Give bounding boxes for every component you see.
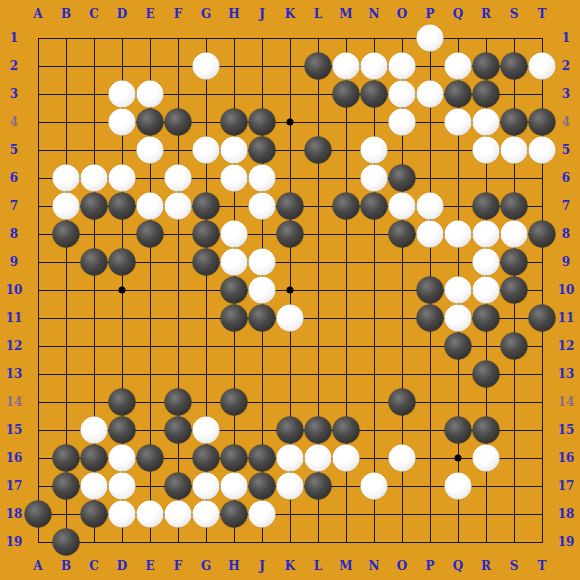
intersection-T8[interactable] bbox=[528, 220, 556, 248]
intersection-L5[interactable] bbox=[304, 136, 332, 164]
intersection-K19[interactable] bbox=[276, 528, 304, 556]
intersection-M16[interactable] bbox=[332, 444, 360, 472]
intersection-K14[interactable] bbox=[276, 388, 304, 416]
intersection-P5[interactable] bbox=[416, 136, 444, 164]
intersection-K6[interactable] bbox=[276, 164, 304, 192]
intersection-S12[interactable] bbox=[500, 332, 528, 360]
intersection-H11[interactable] bbox=[220, 304, 248, 332]
intersection-B14[interactable] bbox=[52, 388, 80, 416]
intersection-B4[interactable] bbox=[52, 108, 80, 136]
intersection-D14[interactable] bbox=[108, 388, 136, 416]
intersection-O2[interactable] bbox=[388, 52, 416, 80]
intersection-S18[interactable] bbox=[500, 500, 528, 528]
intersection-R4[interactable] bbox=[472, 108, 500, 136]
intersection-K5[interactable] bbox=[276, 136, 304, 164]
intersection-N15[interactable] bbox=[360, 416, 388, 444]
intersection-C15[interactable] bbox=[80, 416, 108, 444]
intersection-G2[interactable] bbox=[192, 52, 220, 80]
intersection-N16[interactable] bbox=[360, 444, 388, 472]
intersection-Q6[interactable] bbox=[444, 164, 472, 192]
intersection-D1[interactable] bbox=[108, 24, 136, 52]
intersection-H9[interactable] bbox=[220, 248, 248, 276]
intersection-A5[interactable] bbox=[24, 136, 52, 164]
intersection-L7[interactable] bbox=[304, 192, 332, 220]
intersection-O16[interactable] bbox=[388, 444, 416, 472]
intersection-H12[interactable] bbox=[220, 332, 248, 360]
intersection-J13[interactable] bbox=[248, 360, 276, 388]
intersection-Q1[interactable] bbox=[444, 24, 472, 52]
intersection-R13[interactable] bbox=[472, 360, 500, 388]
intersection-N14[interactable] bbox=[360, 388, 388, 416]
intersection-H6[interactable] bbox=[220, 164, 248, 192]
intersection-K9[interactable] bbox=[276, 248, 304, 276]
intersection-N7[interactable] bbox=[360, 192, 388, 220]
intersection-E17[interactable] bbox=[136, 472, 164, 500]
intersection-M15[interactable] bbox=[332, 416, 360, 444]
intersection-L17[interactable] bbox=[304, 472, 332, 500]
intersection-M18[interactable] bbox=[332, 500, 360, 528]
intersection-P13[interactable] bbox=[416, 360, 444, 388]
intersection-N13[interactable] bbox=[360, 360, 388, 388]
intersection-E18[interactable] bbox=[136, 500, 164, 528]
intersection-Q3[interactable] bbox=[444, 80, 472, 108]
intersection-O1[interactable] bbox=[388, 24, 416, 52]
intersection-A1[interactable] bbox=[24, 24, 52, 52]
intersection-G19[interactable] bbox=[192, 528, 220, 556]
intersection-T12[interactable] bbox=[528, 332, 556, 360]
intersection-E11[interactable] bbox=[136, 304, 164, 332]
intersection-O10[interactable] bbox=[388, 276, 416, 304]
intersection-E12[interactable] bbox=[136, 332, 164, 360]
intersection-E19[interactable] bbox=[136, 528, 164, 556]
intersection-A3[interactable] bbox=[24, 80, 52, 108]
intersection-G5[interactable] bbox=[192, 136, 220, 164]
intersection-A19[interactable] bbox=[24, 528, 52, 556]
intersection-T2[interactable] bbox=[528, 52, 556, 80]
intersection-M3[interactable] bbox=[332, 80, 360, 108]
intersection-T5[interactable] bbox=[528, 136, 556, 164]
intersection-G9[interactable] bbox=[192, 248, 220, 276]
intersection-B3[interactable] bbox=[52, 80, 80, 108]
intersection-C17[interactable] bbox=[80, 472, 108, 500]
intersection-H19[interactable] bbox=[220, 528, 248, 556]
intersection-O4[interactable] bbox=[388, 108, 416, 136]
intersection-L18[interactable] bbox=[304, 500, 332, 528]
intersection-Q2[interactable] bbox=[444, 52, 472, 80]
intersection-F13[interactable] bbox=[164, 360, 192, 388]
intersection-E6[interactable] bbox=[136, 164, 164, 192]
intersection-M13[interactable] bbox=[332, 360, 360, 388]
intersection-J18[interactable] bbox=[248, 500, 276, 528]
intersection-R17[interactable] bbox=[472, 472, 500, 500]
intersection-P1[interactable] bbox=[416, 24, 444, 52]
intersection-E14[interactable] bbox=[136, 388, 164, 416]
intersection-E10[interactable] bbox=[136, 276, 164, 304]
intersection-T10[interactable] bbox=[528, 276, 556, 304]
intersection-K13[interactable] bbox=[276, 360, 304, 388]
intersection-R8[interactable] bbox=[472, 220, 500, 248]
intersection-Q11[interactable] bbox=[444, 304, 472, 332]
intersection-B15[interactable] bbox=[52, 416, 80, 444]
intersection-L6[interactable] bbox=[304, 164, 332, 192]
intersection-T13[interactable] bbox=[528, 360, 556, 388]
intersection-L12[interactable] bbox=[304, 332, 332, 360]
intersection-T4[interactable] bbox=[528, 108, 556, 136]
intersection-G15[interactable] bbox=[192, 416, 220, 444]
intersection-B18[interactable] bbox=[52, 500, 80, 528]
intersection-N10[interactable] bbox=[360, 276, 388, 304]
intersection-J1[interactable] bbox=[248, 24, 276, 52]
intersection-D16[interactable] bbox=[108, 444, 136, 472]
intersection-N11[interactable] bbox=[360, 304, 388, 332]
intersection-L8[interactable] bbox=[304, 220, 332, 248]
intersection-A16[interactable] bbox=[24, 444, 52, 472]
intersection-C3[interactable] bbox=[80, 80, 108, 108]
intersection-S6[interactable] bbox=[500, 164, 528, 192]
intersection-N2[interactable] bbox=[360, 52, 388, 80]
intersection-L10[interactable] bbox=[304, 276, 332, 304]
intersection-R12[interactable] bbox=[472, 332, 500, 360]
intersection-G8[interactable] bbox=[192, 220, 220, 248]
intersection-D13[interactable] bbox=[108, 360, 136, 388]
intersection-K7[interactable] bbox=[276, 192, 304, 220]
intersection-G12[interactable] bbox=[192, 332, 220, 360]
intersection-L1[interactable] bbox=[304, 24, 332, 52]
intersection-H16[interactable] bbox=[220, 444, 248, 472]
intersection-S9[interactable] bbox=[500, 248, 528, 276]
intersection-K16[interactable] bbox=[276, 444, 304, 472]
intersection-Q8[interactable] bbox=[444, 220, 472, 248]
intersection-R16[interactable] bbox=[472, 444, 500, 472]
intersection-H1[interactable] bbox=[220, 24, 248, 52]
intersection-S8[interactable] bbox=[500, 220, 528, 248]
intersection-S13[interactable] bbox=[500, 360, 528, 388]
intersection-H8[interactable] bbox=[220, 220, 248, 248]
intersection-L3[interactable] bbox=[304, 80, 332, 108]
intersection-D4[interactable] bbox=[108, 108, 136, 136]
intersection-K18[interactable] bbox=[276, 500, 304, 528]
intersection-R10[interactable] bbox=[472, 276, 500, 304]
intersection-M9[interactable] bbox=[332, 248, 360, 276]
intersection-A11[interactable] bbox=[24, 304, 52, 332]
intersection-B5[interactable] bbox=[52, 136, 80, 164]
intersection-L2[interactable] bbox=[304, 52, 332, 80]
intersection-F17[interactable] bbox=[164, 472, 192, 500]
intersection-S2[interactable] bbox=[500, 52, 528, 80]
intersection-B2[interactable] bbox=[52, 52, 80, 80]
intersection-B10[interactable] bbox=[52, 276, 80, 304]
intersection-C8[interactable] bbox=[80, 220, 108, 248]
intersection-L11[interactable] bbox=[304, 304, 332, 332]
intersection-R15[interactable] bbox=[472, 416, 500, 444]
intersection-H3[interactable] bbox=[220, 80, 248, 108]
intersection-N6[interactable] bbox=[360, 164, 388, 192]
intersection-N18[interactable] bbox=[360, 500, 388, 528]
intersection-H13[interactable] bbox=[220, 360, 248, 388]
intersection-C10[interactable] bbox=[80, 276, 108, 304]
intersection-M10[interactable] bbox=[332, 276, 360, 304]
intersection-N17[interactable] bbox=[360, 472, 388, 500]
intersection-H2[interactable] bbox=[220, 52, 248, 80]
intersection-E2[interactable] bbox=[136, 52, 164, 80]
intersection-H15[interactable] bbox=[220, 416, 248, 444]
intersection-P6[interactable] bbox=[416, 164, 444, 192]
intersection-F12[interactable] bbox=[164, 332, 192, 360]
intersection-P12[interactable] bbox=[416, 332, 444, 360]
intersection-E5[interactable] bbox=[136, 136, 164, 164]
intersection-P14[interactable] bbox=[416, 388, 444, 416]
intersection-Q12[interactable] bbox=[444, 332, 472, 360]
intersection-F5[interactable] bbox=[164, 136, 192, 164]
intersection-O5[interactable] bbox=[388, 136, 416, 164]
intersection-Q4[interactable] bbox=[444, 108, 472, 136]
intersection-Q14[interactable] bbox=[444, 388, 472, 416]
intersection-R9[interactable] bbox=[472, 248, 500, 276]
intersection-N5[interactable] bbox=[360, 136, 388, 164]
intersection-F3[interactable] bbox=[164, 80, 192, 108]
intersection-R5[interactable] bbox=[472, 136, 500, 164]
intersection-R2[interactable] bbox=[472, 52, 500, 80]
intersection-A2[interactable] bbox=[24, 52, 52, 80]
intersection-L16[interactable] bbox=[304, 444, 332, 472]
intersection-A17[interactable] bbox=[24, 472, 52, 500]
intersection-A18[interactable] bbox=[24, 500, 52, 528]
intersection-S7[interactable] bbox=[500, 192, 528, 220]
intersection-E9[interactable] bbox=[136, 248, 164, 276]
intersection-S3[interactable] bbox=[500, 80, 528, 108]
intersection-T19[interactable] bbox=[528, 528, 556, 556]
intersection-P11[interactable] bbox=[416, 304, 444, 332]
intersection-T7[interactable] bbox=[528, 192, 556, 220]
intersection-R7[interactable] bbox=[472, 192, 500, 220]
intersection-T9[interactable] bbox=[528, 248, 556, 276]
intersection-S17[interactable] bbox=[500, 472, 528, 500]
intersection-A13[interactable] bbox=[24, 360, 52, 388]
intersection-B16[interactable] bbox=[52, 444, 80, 472]
intersection-A4[interactable] bbox=[24, 108, 52, 136]
intersection-C9[interactable] bbox=[80, 248, 108, 276]
intersection-G3[interactable] bbox=[192, 80, 220, 108]
intersection-A7[interactable] bbox=[24, 192, 52, 220]
intersection-E1[interactable] bbox=[136, 24, 164, 52]
intersection-P4[interactable] bbox=[416, 108, 444, 136]
intersection-C19[interactable] bbox=[80, 528, 108, 556]
intersection-N4[interactable] bbox=[360, 108, 388, 136]
intersection-D6[interactable] bbox=[108, 164, 136, 192]
intersection-F6[interactable] bbox=[164, 164, 192, 192]
intersection-F8[interactable] bbox=[164, 220, 192, 248]
intersection-E3[interactable] bbox=[136, 80, 164, 108]
intersection-F18[interactable] bbox=[164, 500, 192, 528]
intersection-R18[interactable] bbox=[472, 500, 500, 528]
intersection-F2[interactable] bbox=[164, 52, 192, 80]
intersection-E16[interactable] bbox=[136, 444, 164, 472]
intersection-A9[interactable] bbox=[24, 248, 52, 276]
intersection-O11[interactable] bbox=[388, 304, 416, 332]
intersection-J6[interactable] bbox=[248, 164, 276, 192]
intersection-Q5[interactable] bbox=[444, 136, 472, 164]
intersection-C13[interactable] bbox=[80, 360, 108, 388]
intersection-N8[interactable] bbox=[360, 220, 388, 248]
intersection-C7[interactable] bbox=[80, 192, 108, 220]
intersection-P9[interactable] bbox=[416, 248, 444, 276]
intersection-M1[interactable] bbox=[332, 24, 360, 52]
intersection-Q7[interactable] bbox=[444, 192, 472, 220]
intersection-K1[interactable] bbox=[276, 24, 304, 52]
intersection-Q13[interactable] bbox=[444, 360, 472, 388]
intersection-J7[interactable] bbox=[248, 192, 276, 220]
intersection-B17[interactable] bbox=[52, 472, 80, 500]
intersection-B19[interactable] bbox=[52, 528, 80, 556]
intersection-G10[interactable] bbox=[192, 276, 220, 304]
intersection-R19[interactable] bbox=[472, 528, 500, 556]
intersection-B6[interactable] bbox=[52, 164, 80, 192]
intersection-C2[interactable] bbox=[80, 52, 108, 80]
intersection-M4[interactable] bbox=[332, 108, 360, 136]
intersection-F14[interactable] bbox=[164, 388, 192, 416]
intersection-K8[interactable] bbox=[276, 220, 304, 248]
intersection-S11[interactable] bbox=[500, 304, 528, 332]
intersection-L9[interactable] bbox=[304, 248, 332, 276]
intersection-E8[interactable] bbox=[136, 220, 164, 248]
intersection-T17[interactable] bbox=[528, 472, 556, 500]
intersection-G11[interactable] bbox=[192, 304, 220, 332]
intersection-F9[interactable] bbox=[164, 248, 192, 276]
intersection-J16[interactable] bbox=[248, 444, 276, 472]
intersection-F11[interactable] bbox=[164, 304, 192, 332]
intersection-P8[interactable] bbox=[416, 220, 444, 248]
intersection-N9[interactable] bbox=[360, 248, 388, 276]
intersection-O15[interactable] bbox=[388, 416, 416, 444]
intersection-H14[interactable] bbox=[220, 388, 248, 416]
intersection-G4[interactable] bbox=[192, 108, 220, 136]
intersection-J9[interactable] bbox=[248, 248, 276, 276]
intersection-S19[interactable] bbox=[500, 528, 528, 556]
intersection-O9[interactable] bbox=[388, 248, 416, 276]
intersection-T15[interactable] bbox=[528, 416, 556, 444]
intersection-B8[interactable] bbox=[52, 220, 80, 248]
intersection-P16[interactable] bbox=[416, 444, 444, 472]
intersection-J3[interactable] bbox=[248, 80, 276, 108]
intersection-K10[interactable] bbox=[276, 276, 304, 304]
intersection-R11[interactable] bbox=[472, 304, 500, 332]
intersection-P18[interactable] bbox=[416, 500, 444, 528]
intersection-Q16[interactable] bbox=[444, 444, 472, 472]
intersection-P3[interactable] bbox=[416, 80, 444, 108]
intersection-O8[interactable] bbox=[388, 220, 416, 248]
intersection-O6[interactable] bbox=[388, 164, 416, 192]
intersection-D7[interactable] bbox=[108, 192, 136, 220]
intersection-C18[interactable] bbox=[80, 500, 108, 528]
intersection-D3[interactable] bbox=[108, 80, 136, 108]
intersection-L4[interactable] bbox=[304, 108, 332, 136]
intersection-O12[interactable] bbox=[388, 332, 416, 360]
intersection-M5[interactable] bbox=[332, 136, 360, 164]
intersection-T11[interactable] bbox=[528, 304, 556, 332]
intersection-F16[interactable] bbox=[164, 444, 192, 472]
intersection-Q17[interactable] bbox=[444, 472, 472, 500]
intersection-L14[interactable] bbox=[304, 388, 332, 416]
intersection-K12[interactable] bbox=[276, 332, 304, 360]
intersection-J10[interactable] bbox=[248, 276, 276, 304]
intersection-H10[interactable] bbox=[220, 276, 248, 304]
intersection-Q9[interactable] bbox=[444, 248, 472, 276]
intersection-C11[interactable] bbox=[80, 304, 108, 332]
intersection-H17[interactable] bbox=[220, 472, 248, 500]
intersection-D2[interactable] bbox=[108, 52, 136, 80]
intersection-B11[interactable] bbox=[52, 304, 80, 332]
intersection-A8[interactable] bbox=[24, 220, 52, 248]
intersection-M6[interactable] bbox=[332, 164, 360, 192]
intersection-N3[interactable] bbox=[360, 80, 388, 108]
intersection-D12[interactable] bbox=[108, 332, 136, 360]
intersection-T16[interactable] bbox=[528, 444, 556, 472]
intersection-J2[interactable] bbox=[248, 52, 276, 80]
intersection-C5[interactable] bbox=[80, 136, 108, 164]
intersection-S5[interactable] bbox=[500, 136, 528, 164]
intersection-O14[interactable] bbox=[388, 388, 416, 416]
intersection-G18[interactable] bbox=[192, 500, 220, 528]
intersection-D15[interactable] bbox=[108, 416, 136, 444]
intersection-T6[interactable] bbox=[528, 164, 556, 192]
intersection-D18[interactable] bbox=[108, 500, 136, 528]
intersection-F7[interactable] bbox=[164, 192, 192, 220]
intersection-A6[interactable] bbox=[24, 164, 52, 192]
intersection-T1[interactable] bbox=[528, 24, 556, 52]
intersection-G7[interactable] bbox=[192, 192, 220, 220]
intersection-A12[interactable] bbox=[24, 332, 52, 360]
intersection-O19[interactable] bbox=[388, 528, 416, 556]
intersection-G13[interactable] bbox=[192, 360, 220, 388]
intersection-P7[interactable] bbox=[416, 192, 444, 220]
intersection-O17[interactable] bbox=[388, 472, 416, 500]
intersection-R3[interactable] bbox=[472, 80, 500, 108]
intersection-D11[interactable] bbox=[108, 304, 136, 332]
intersection-T3[interactable] bbox=[528, 80, 556, 108]
intersection-P15[interactable] bbox=[416, 416, 444, 444]
intersection-O7[interactable] bbox=[388, 192, 416, 220]
intersection-S16[interactable] bbox=[500, 444, 528, 472]
intersection-E4[interactable] bbox=[136, 108, 164, 136]
intersection-D5[interactable] bbox=[108, 136, 136, 164]
intersection-A10[interactable] bbox=[24, 276, 52, 304]
intersection-M7[interactable] bbox=[332, 192, 360, 220]
intersection-M12[interactable] bbox=[332, 332, 360, 360]
intersection-H5[interactable] bbox=[220, 136, 248, 164]
intersection-P17[interactable] bbox=[416, 472, 444, 500]
intersection-M17[interactable] bbox=[332, 472, 360, 500]
intersection-H4[interactable] bbox=[220, 108, 248, 136]
intersection-D10[interactable] bbox=[108, 276, 136, 304]
intersection-G14[interactable] bbox=[192, 388, 220, 416]
intersection-S4[interactable] bbox=[500, 108, 528, 136]
intersection-B1[interactable] bbox=[52, 24, 80, 52]
intersection-K15[interactable] bbox=[276, 416, 304, 444]
intersection-R1[interactable] bbox=[472, 24, 500, 52]
intersection-B7[interactable] bbox=[52, 192, 80, 220]
intersection-J8[interactable] bbox=[248, 220, 276, 248]
intersection-N1[interactable] bbox=[360, 24, 388, 52]
intersection-F15[interactable] bbox=[164, 416, 192, 444]
intersection-N19[interactable] bbox=[360, 528, 388, 556]
intersection-J14[interactable] bbox=[248, 388, 276, 416]
intersection-D19[interactable] bbox=[108, 528, 136, 556]
intersection-D8[interactable] bbox=[108, 220, 136, 248]
intersection-M11[interactable] bbox=[332, 304, 360, 332]
intersection-C6[interactable] bbox=[80, 164, 108, 192]
intersection-G6[interactable] bbox=[192, 164, 220, 192]
intersection-P19[interactable] bbox=[416, 528, 444, 556]
